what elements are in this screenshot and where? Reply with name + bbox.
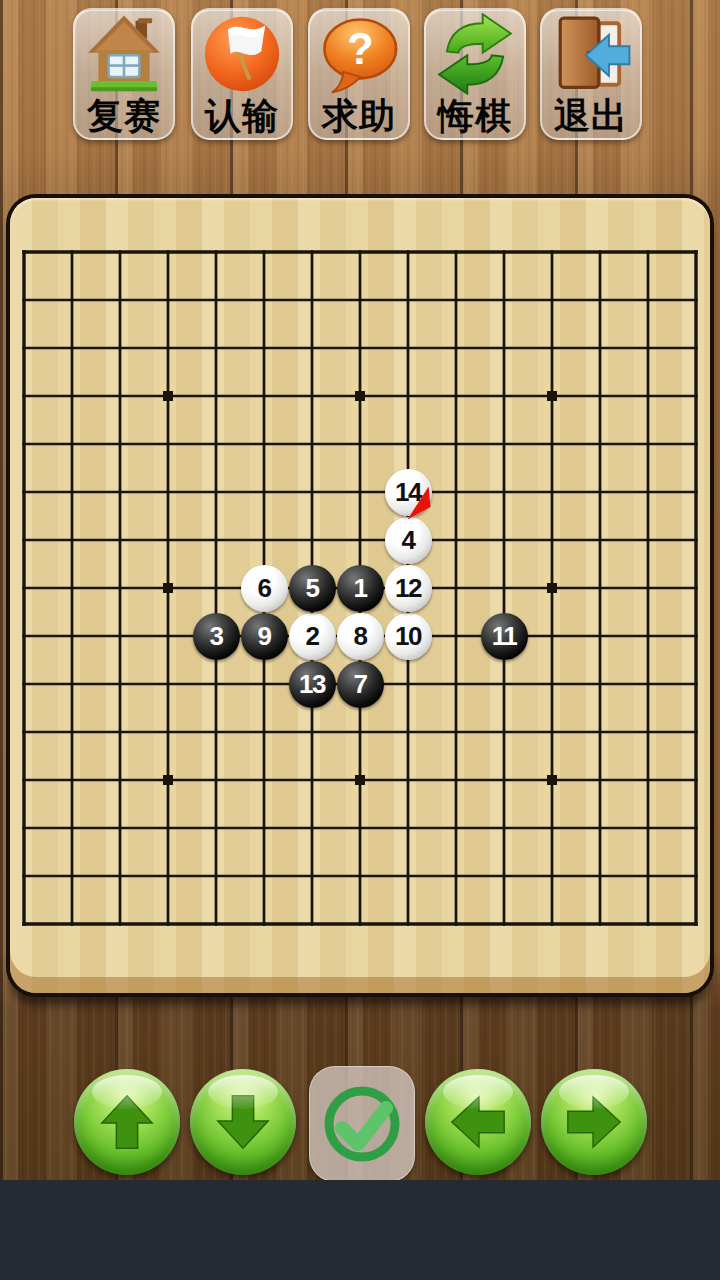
resign-button[interactable]: 认输 xyxy=(191,8,293,140)
nav-right-button[interactable] xyxy=(541,1069,647,1175)
stone-number: 4 xyxy=(402,527,415,553)
up-arrow-icon xyxy=(96,1091,158,1153)
stone-12-white: 12 xyxy=(385,565,432,612)
right-arrow-icon xyxy=(563,1091,625,1153)
stone-number: 8 xyxy=(354,623,367,649)
stone-number: 2 xyxy=(306,623,319,649)
home-icon xyxy=(83,10,165,98)
stone-10-white: 10 xyxy=(385,613,432,660)
undo-arrows-icon xyxy=(434,10,516,98)
rematch-button[interactable]: 复赛 xyxy=(73,8,175,140)
nav-left-button[interactable] xyxy=(425,1069,531,1175)
stone-number: 1 xyxy=(354,575,367,601)
svg-text:?: ? xyxy=(347,25,374,73)
stone-number: 3 xyxy=(210,623,223,649)
stone-1-black: 1 xyxy=(337,565,384,612)
down-arrow-icon xyxy=(212,1091,274,1153)
exit-door-icon xyxy=(550,10,632,98)
stone-9-black: 9 xyxy=(241,613,288,660)
stone-11-black: 11 xyxy=(481,613,528,660)
check-icon xyxy=(318,1080,406,1168)
stone-4-white: 4 xyxy=(385,517,432,564)
stone-number: 12 xyxy=(395,575,421,601)
stone-number: 10 xyxy=(395,623,421,649)
white-flag-icon xyxy=(201,10,283,98)
help-button[interactable]: ? 求助 xyxy=(308,8,410,140)
nav-down-button[interactable] xyxy=(190,1069,296,1175)
stone-number: 6 xyxy=(258,575,271,601)
stone-number: 13 xyxy=(299,671,325,697)
stone-7-black: 7 xyxy=(337,661,384,708)
stone-number: 14 xyxy=(395,479,421,505)
left-arrow-icon xyxy=(447,1091,509,1153)
confirm-button[interactable] xyxy=(309,1066,415,1182)
resign-label: 认输 xyxy=(205,98,279,134)
stone-13-black: 13 xyxy=(289,661,336,708)
stone-number: 5 xyxy=(306,575,319,601)
help-label: 求助 xyxy=(322,98,396,134)
stone-number: 11 xyxy=(492,623,517,649)
exit-button[interactable]: 退出 xyxy=(540,8,642,140)
exit-label: 退出 xyxy=(554,98,628,134)
stone-5-black: 5 xyxy=(289,565,336,612)
undo-button[interactable]: 悔棋 xyxy=(424,8,526,140)
stone-3-black: 3 xyxy=(193,613,240,660)
bottom-bar xyxy=(0,1180,720,1280)
stone-8-white: 8 xyxy=(337,613,384,660)
rematch-label: 复赛 xyxy=(87,98,161,134)
nav-up-button[interactable] xyxy=(74,1069,180,1175)
stone-6-white: 6 xyxy=(241,565,288,612)
stone-number: 9 xyxy=(258,623,271,649)
undo-label: 悔棋 xyxy=(438,98,512,134)
question-bubble-icon: ? xyxy=(318,10,400,98)
stone-number: 7 xyxy=(354,671,367,697)
stone-14-white: 14 xyxy=(385,469,432,516)
stone-2-white: 2 xyxy=(289,613,336,660)
board-surface[interactable]: 1234567891011121314 xyxy=(10,198,710,993)
